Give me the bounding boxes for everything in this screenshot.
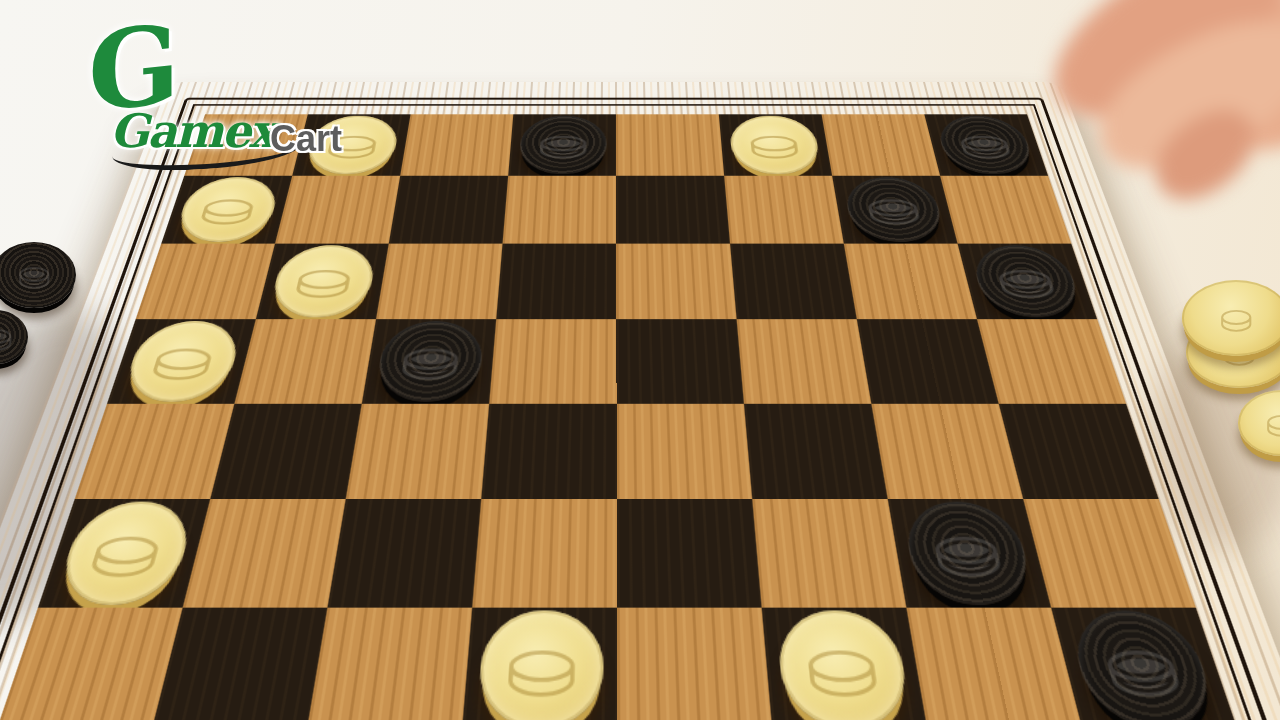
square-d7[interactable] [503,176,617,244]
square-f8[interactable]: ⛀ [719,114,832,175]
dark-checker-piece[interactable]: ⛂ [1065,610,1224,720]
offboard-dark-piece-left-1[interactable]: ⛂ [0,242,76,308]
square-d4[interactable] [481,404,617,499]
square-c2[interactable] [306,608,472,720]
square-a5[interactable]: ⛀ [107,319,256,404]
square-d6[interactable] [496,244,616,320]
light-checker-piece[interactable]: ⛀ [476,610,604,720]
square-e8[interactable] [616,114,724,175]
square-c3[interactable] [327,499,481,607]
square-c4[interactable] [346,404,489,499]
square-d3[interactable] [472,499,617,607]
square-a3[interactable]: ⛀ [38,499,210,607]
square-h6[interactable]: ⛂ [958,244,1098,320]
dark-checker-piece[interactable]: ⛂ [518,116,607,174]
square-h8[interactable]: ⛂ [924,114,1048,175]
logo-brand-suffix: Cart [270,118,342,160]
square-g5[interactable] [857,319,999,404]
border-pinstripe-inner: ⛀⛂⛀⛂⛀⛂⛀⛂⛀⛂⛀⛂⛀⛀⛂ [0,104,1280,720]
square-h2[interactable]: ⛂ [1051,608,1238,720]
square-g7[interactable]: ⛂ [832,176,957,244]
square-d2[interactable]: ⛀ [462,608,617,720]
square-d8[interactable]: ⛂ [508,114,616,175]
square-b4[interactable] [210,404,362,499]
square-b6[interactable]: ⛀ [256,244,389,320]
dark-checker-piece[interactable]: ⛂ [842,177,947,242]
square-f4[interactable] [744,404,888,499]
border-pinstripe-outer: ⛀⛂⛀⛂⛀⛂⛀⛂⛀⛂⛀⛂⛀⛀⛂ [0,98,1280,720]
square-f2[interactable]: ⛀ [762,608,928,720]
dark-checker-piece[interactable]: ⛂ [934,116,1038,174]
square-e6[interactable] [616,244,736,320]
square-a7[interactable]: ⛀ [161,176,292,244]
square-h5[interactable] [977,319,1126,404]
square-c6[interactable] [376,244,502,320]
light-checker-piece[interactable]: ⛀ [119,321,244,402]
square-g4[interactable] [871,404,1023,499]
light-checker-piece[interactable]: ⛀ [52,502,198,605]
square-e3[interactable] [617,499,762,607]
dark-checker-piece[interactable]: ⛂ [900,502,1037,605]
play-area: ⛀⛂⛀⛂⛀⛂⛀⛂⛀⛂⛀⛂⛀⛀⛂ [0,114,1280,720]
page-root: { "brand": { "g_mark": "G", "name": "Gam… [0,0,1280,720]
square-f3[interactable] [752,499,906,607]
offboard-light-stack-top[interactable]: ⛀ [1182,280,1280,356]
logo-brand-name: Gamex [110,108,274,154]
square-c5[interactable]: ⛂ [362,319,496,404]
square-h3[interactable] [1023,499,1196,607]
light-checker-piece[interactable]: ⛀ [775,610,913,720]
square-b3[interactable] [183,499,346,607]
square-b2[interactable] [151,608,327,720]
square-e5[interactable] [616,319,744,404]
square-f5[interactable] [737,319,872,404]
dark-checker-piece[interactable]: ⛂ [374,321,486,402]
square-a6[interactable] [136,244,275,320]
square-c7[interactable] [389,176,508,244]
square-b7[interactable] [275,176,400,244]
square-f6[interactable] [730,244,857,320]
square-h7[interactable] [940,176,1071,244]
square-a2[interactable] [0,608,183,720]
square-f7[interactable] [724,176,844,244]
light-checker-piece[interactable]: ⛀ [728,116,822,174]
square-d5[interactable] [489,319,616,404]
square-a4[interactable] [75,404,235,499]
light-checker-piece[interactable]: ⛀ [267,245,378,317]
dark-checker-piece[interactable]: ⛂ [968,245,1086,317]
square-h4[interactable] [999,404,1159,499]
brand-logo: G Gamex Cart [28,12,328,182]
square-b5[interactable] [234,319,376,404]
square-e7[interactable] [616,176,730,244]
square-e4[interactable] [617,404,753,499]
square-g6[interactable] [844,244,977,320]
square-c8[interactable] [400,114,513,175]
light-checker-piece[interactable]: ⛀ [172,177,282,242]
square-e2[interactable] [617,608,773,720]
square-g8[interactable] [822,114,941,175]
